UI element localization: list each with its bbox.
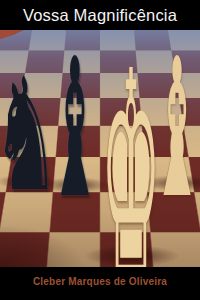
black-bishop-piece: ♝	[48, 33, 102, 225]
cover-photo: ♞ ♝ ♚ ♝	[0, 30, 200, 267]
book-cover: Vossa Magnificência ♞ ♝ ♚ ♝ Cleber Marqu…	[0, 0, 200, 300]
author-bar: Cleber Marques de Oliveira	[0, 267, 200, 300]
book-title: Vossa Magnificência	[23, 6, 177, 25]
author-name: Cleber Marques de Oliveira	[33, 276, 167, 287]
title-bar: Vossa Magnificência	[0, 0, 200, 30]
white-bishop-piece: ♝	[151, 33, 200, 225]
